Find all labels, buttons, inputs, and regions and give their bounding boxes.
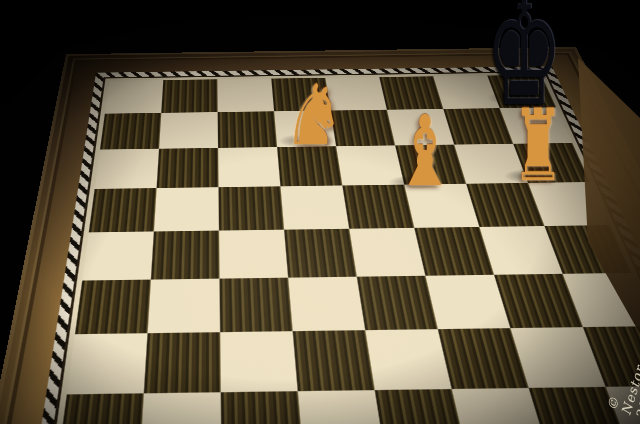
square-a6[interactable] — [95, 149, 159, 189]
photo-scene: ♚♞♝♜ © Nestor 2018 — [0, 0, 640, 424]
square-b4[interactable] — [151, 231, 220, 280]
square-b6[interactable] — [157, 148, 219, 188]
square-e2[interactable] — [365, 329, 451, 390]
square-b8[interactable] — [161, 79, 217, 113]
square-c1[interactable] — [221, 391, 304, 424]
white-bishop-piece[interactable]: ♝ — [394, 103, 457, 200]
square-e4[interactable] — [349, 228, 425, 277]
square-c2[interactable] — [220, 331, 298, 392]
square-d1[interactable] — [298, 390, 386, 424]
square-c8[interactable] — [217, 79, 274, 113]
square-a3[interactable] — [75, 280, 151, 335]
square-a5[interactable] — [89, 188, 157, 232]
square-b7[interactable] — [159, 112, 218, 149]
square-b2[interactable] — [144, 332, 221, 393]
square-c7[interactable] — [218, 111, 277, 148]
square-a7[interactable] — [100, 113, 161, 150]
square-a8[interactable] — [105, 80, 163, 114]
square-a1[interactable] — [58, 393, 144, 424]
square-c6[interactable] — [218, 147, 280, 187]
square-a2[interactable] — [67, 333, 148, 394]
square-c5[interactable] — [219, 186, 285, 230]
square-d5[interactable] — [280, 185, 349, 229]
square-d3[interactable] — [288, 277, 365, 331]
white-rook-piece[interactable]: ♜ — [512, 96, 563, 195]
white-knight-piece[interactable]: ♞ — [284, 73, 346, 157]
square-e3[interactable] — [357, 276, 438, 330]
square-c4[interactable] — [219, 230, 288, 279]
square-a4[interactable] — [82, 231, 154, 280]
square-b3[interactable] — [148, 279, 221, 334]
square-b1[interactable] — [140, 392, 222, 424]
square-d4[interactable] — [284, 229, 357, 278]
square-b5[interactable] — [154, 187, 219, 231]
square-c3[interactable] — [220, 278, 293, 333]
square-d2[interactable] — [293, 330, 375, 391]
